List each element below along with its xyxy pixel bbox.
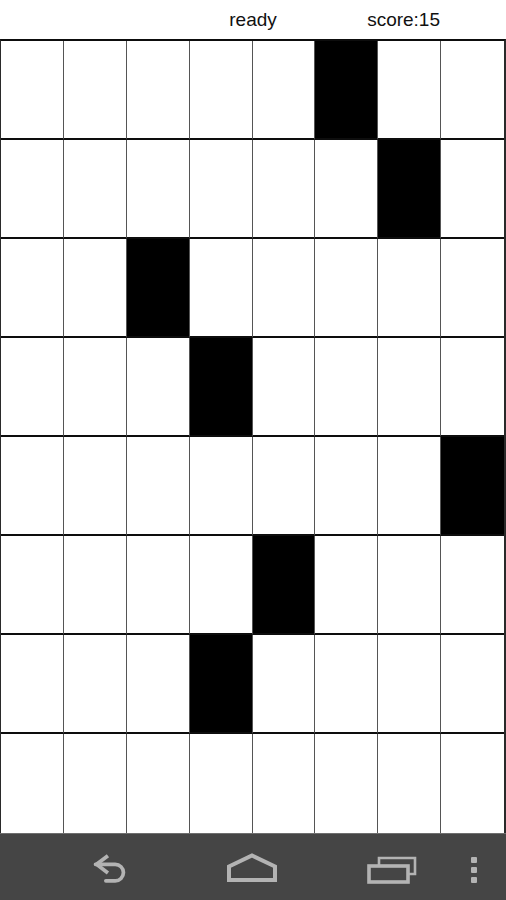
white-tile[interactable]: [1, 437, 64, 536]
white-tile[interactable]: [127, 140, 190, 239]
white-tile[interactable]: [441, 536, 504, 635]
white-tile[interactable]: [441, 734, 504, 833]
menu-overflow-icon: [471, 857, 477, 883]
white-tile[interactable]: [441, 338, 504, 437]
white-tile[interactable]: [127, 338, 190, 437]
white-tile[interactable]: [64, 734, 127, 833]
status-bar: ready score:15: [0, 0, 506, 39]
white-tile[interactable]: [127, 437, 190, 536]
white-tile[interactable]: [64, 239, 127, 338]
white-tile[interactable]: [253, 635, 316, 734]
white-tile[interactable]: [315, 734, 378, 833]
white-tile[interactable]: [64, 635, 127, 734]
white-tile[interactable]: [378, 239, 441, 338]
white-tile[interactable]: [378, 41, 441, 140]
white-tile[interactable]: [190, 41, 253, 140]
back-icon: [86, 854, 134, 885]
white-tile[interactable]: [441, 140, 504, 239]
white-tile[interactable]: [378, 536, 441, 635]
recents-icon: [366, 855, 418, 885]
white-tile[interactable]: [441, 41, 504, 140]
white-tile[interactable]: [127, 536, 190, 635]
white-tile[interactable]: [1, 536, 64, 635]
white-tile[interactable]: [441, 239, 504, 338]
white-tile[interactable]: [315, 536, 378, 635]
white-tile[interactable]: [190, 437, 253, 536]
white-tile[interactable]: [253, 734, 316, 833]
white-tile[interactable]: [378, 734, 441, 833]
white-tile[interactable]: [1, 140, 64, 239]
black-tile[interactable]: [441, 437, 504, 536]
white-tile[interactable]: [253, 140, 316, 239]
black-tile[interactable]: [253, 536, 316, 635]
white-tile[interactable]: [1, 239, 64, 338]
white-tile[interactable]: [253, 239, 316, 338]
recents-button[interactable]: [366, 855, 418, 885]
black-tile[interactable]: [315, 41, 378, 140]
white-tile[interactable]: [64, 41, 127, 140]
white-tile[interactable]: [315, 437, 378, 536]
menu-button[interactable]: [471, 857, 477, 883]
black-tile[interactable]: [190, 338, 253, 437]
back-button[interactable]: [86, 854, 134, 885]
white-tile[interactable]: [127, 635, 190, 734]
white-tile[interactable]: [127, 41, 190, 140]
white-tile[interactable]: [64, 536, 127, 635]
white-tile[interactable]: [253, 41, 316, 140]
score-text: score:15: [367, 9, 440, 31]
white-tile[interactable]: [190, 239, 253, 338]
white-tile[interactable]: [64, 140, 127, 239]
game-board[interactable]: [0, 39, 506, 833]
black-tile[interactable]: [127, 239, 190, 338]
white-tile[interactable]: [1, 338, 64, 437]
game-status-text: ready: [229, 9, 277, 31]
white-tile[interactable]: [378, 338, 441, 437]
white-tile[interactable]: [190, 140, 253, 239]
white-tile[interactable]: [378, 635, 441, 734]
white-tile[interactable]: [253, 437, 316, 536]
app-screen: ready score:15: [0, 0, 506, 900]
white-tile[interactable]: [127, 734, 190, 833]
white-tile[interactable]: [64, 338, 127, 437]
white-tile[interactable]: [253, 338, 316, 437]
black-tile[interactable]: [378, 140, 441, 239]
white-tile[interactable]: [1, 734, 64, 833]
white-tile[interactable]: [1, 635, 64, 734]
white-tile[interactable]: [64, 437, 127, 536]
white-tile[interactable]: [315, 140, 378, 239]
black-tile[interactable]: [190, 635, 253, 734]
white-tile[interactable]: [190, 536, 253, 635]
white-tile[interactable]: [1, 41, 64, 140]
white-tile[interactable]: [378, 437, 441, 536]
white-tile[interactable]: [315, 239, 378, 338]
white-tile[interactable]: [441, 635, 504, 734]
white-tile[interactable]: [315, 635, 378, 734]
white-tile[interactable]: [315, 338, 378, 437]
android-navbar: [0, 833, 506, 900]
home-icon: [226, 853, 278, 883]
home-button[interactable]: [226, 853, 278, 883]
white-tile[interactable]: [190, 734, 253, 833]
